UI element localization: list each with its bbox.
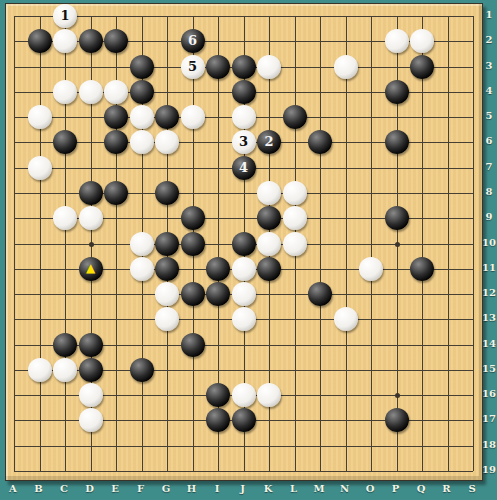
stone-J13-white[interactable] [232, 307, 256, 331]
stone-D15-black[interactable] [79, 358, 103, 382]
stone-G5-black[interactable] [155, 105, 179, 129]
stone-B2-black[interactable] [28, 29, 52, 53]
stone-C14-black[interactable] [53, 333, 77, 357]
row-label-6: 6 [481, 135, 497, 146]
stone-B7-white[interactable] [28, 156, 52, 180]
stone-K6-black[interactable]: 2 [257, 130, 281, 154]
col-label-D: D [83, 483, 97, 494]
stone-Q11-black[interactable] [410, 257, 434, 281]
stone-P9-black[interactable] [385, 206, 409, 230]
stone-K8-white[interactable] [257, 181, 281, 205]
stone-J12-white[interactable] [232, 282, 256, 306]
triangle-mark-icon: ▲ [79, 256, 103, 280]
stone-F10-white[interactable] [130, 232, 154, 256]
row-label-7: 7 [481, 161, 497, 172]
row-label-8: 8 [481, 186, 497, 197]
stone-I11-black[interactable] [206, 257, 230, 281]
stone-O11-white[interactable] [359, 257, 383, 281]
stone-B15-white[interactable] [28, 358, 52, 382]
col-label-O: O [363, 483, 377, 494]
col-label-S: S [465, 483, 479, 494]
stone-H9-black[interactable] [181, 206, 205, 230]
stone-P4-black[interactable] [385, 80, 409, 104]
row-label-19: 19 [481, 464, 497, 475]
stone-G12-white[interactable] [155, 282, 179, 306]
stone-H14-black[interactable] [181, 333, 205, 357]
col-label-K: K [261, 483, 275, 494]
stone-H12-black[interactable] [181, 282, 205, 306]
row-label-2: 2 [481, 34, 497, 45]
stone-J3-black[interactable] [232, 55, 256, 79]
move-number-label: 4 [232, 156, 256, 180]
move-number-label: 6 [181, 29, 205, 53]
stone-J17-black[interactable] [232, 408, 256, 432]
row-label-16: 16 [481, 388, 497, 399]
stone-D4-white[interactable] [79, 80, 103, 104]
col-label-M: M [312, 483, 326, 494]
row-label-12: 12 [481, 287, 497, 298]
row-label-3: 3 [481, 60, 497, 71]
star-point [89, 242, 94, 247]
stone-J6-white[interactable]: 3 [232, 130, 256, 154]
stone-D17-white[interactable] [79, 408, 103, 432]
grid-line-vertical [346, 16, 347, 471]
stone-L9-white[interactable] [283, 206, 307, 230]
stone-H3-white[interactable]: 5 [181, 55, 205, 79]
stone-J11-white[interactable] [232, 257, 256, 281]
stone-J5-white[interactable] [232, 105, 256, 129]
move-number-label: 3 [232, 130, 256, 154]
col-label-I: I [210, 483, 224, 494]
stone-L8-white[interactable] [283, 181, 307, 205]
stone-K10-white[interactable] [257, 232, 281, 256]
stone-D11-black[interactable]: ▲ [79, 257, 103, 281]
row-label-11: 11 [481, 262, 497, 273]
row-label-10: 10 [481, 237, 497, 248]
stone-C15-white[interactable] [53, 358, 77, 382]
stone-F4-black[interactable] [130, 80, 154, 104]
grid-line-vertical [320, 16, 321, 471]
col-label-F: F [134, 483, 148, 494]
row-label-13: 13 [481, 312, 497, 323]
col-label-J: J [236, 483, 250, 494]
grid-line-vertical [473, 16, 474, 471]
row-label-17: 17 [481, 413, 497, 424]
move-number-label: 2 [257, 130, 281, 154]
stone-Q3-black[interactable] [410, 55, 434, 79]
row-label-1: 1 [481, 9, 497, 20]
col-label-P: P [389, 483, 403, 494]
stone-P6-black[interactable] [385, 130, 409, 154]
go-board[interactable]: 165324▲ [5, 3, 483, 481]
stone-L5-black[interactable] [283, 105, 307, 129]
grid-line-horizontal [14, 446, 473, 447]
row-label-9: 9 [481, 211, 497, 222]
stone-F3-black[interactable] [130, 55, 154, 79]
grid-line-horizontal [14, 471, 473, 472]
stone-H10-black[interactable] [181, 232, 205, 256]
stone-D8-black[interactable] [79, 181, 103, 205]
col-label-A: A [6, 483, 20, 494]
row-label-18: 18 [481, 439, 497, 450]
grid-line-vertical [448, 16, 449, 471]
stone-G10-black[interactable] [155, 232, 179, 256]
stone-F5-white[interactable] [130, 105, 154, 129]
row-label-4: 4 [481, 85, 497, 96]
col-label-G: G [159, 483, 173, 494]
grid-line-vertical [422, 16, 423, 471]
stone-C1-white[interactable]: 1 [53, 4, 77, 28]
stone-B5-white[interactable] [28, 105, 52, 129]
stone-K11-black[interactable] [257, 257, 281, 281]
stone-G11-black[interactable] [155, 257, 179, 281]
stone-H5-white[interactable] [181, 105, 205, 129]
move-number-label: 1 [53, 4, 77, 28]
stone-C4-white[interactable] [53, 80, 77, 104]
col-label-C: C [57, 483, 71, 494]
stone-H2-black[interactable]: 6 [181, 29, 205, 53]
col-label-N: N [338, 483, 352, 494]
stone-D9-white[interactable] [79, 206, 103, 230]
stone-D14-black[interactable] [79, 333, 103, 357]
col-label-B: B [32, 483, 46, 494]
col-label-R: R [440, 483, 454, 494]
go-game-viewer: 165324▲ ABCDEFGHIJKLMNOPQRS1234567891011… [0, 0, 497, 500]
stone-J16-white[interactable] [232, 383, 256, 407]
stone-I12-black[interactable] [206, 282, 230, 306]
grid-line-vertical [371, 16, 372, 471]
move-number-label: 5 [181, 55, 205, 79]
col-label-E: E [108, 483, 122, 494]
stone-J7-black[interactable]: 4 [232, 156, 256, 180]
stone-P17-black[interactable] [385, 408, 409, 432]
stone-L10-white[interactable] [283, 232, 307, 256]
stone-G8-black[interactable] [155, 181, 179, 205]
stone-J10-black[interactable] [232, 232, 256, 256]
stone-J4-black[interactable] [232, 80, 256, 104]
stone-N13-white[interactable] [334, 307, 358, 331]
col-label-Q: Q [414, 483, 428, 494]
stone-E5-black[interactable] [104, 105, 128, 129]
stone-I3-black[interactable] [206, 55, 230, 79]
stone-F15-black[interactable] [130, 358, 154, 382]
row-label-14: 14 [481, 338, 497, 349]
stone-D16-white[interactable] [79, 383, 103, 407]
stone-F11-white[interactable] [130, 257, 154, 281]
stone-D2-black[interactable] [79, 29, 103, 53]
stone-K3-white[interactable] [257, 55, 281, 79]
stone-E8-black[interactable] [104, 181, 128, 205]
stone-F6-white[interactable] [130, 130, 154, 154]
star-point [395, 393, 400, 398]
row-label-15: 15 [481, 363, 497, 374]
stone-P2-white[interactable] [385, 29, 409, 53]
stone-I16-black[interactable] [206, 383, 230, 407]
row-label-5: 5 [481, 110, 497, 121]
col-label-H: H [185, 483, 199, 494]
star-point [395, 242, 400, 247]
stone-E4-white[interactable] [104, 80, 128, 104]
stone-N3-white[interactable] [334, 55, 358, 79]
col-label-L: L [287, 483, 301, 494]
stone-M12-black[interactable] [308, 282, 332, 306]
stone-K16-white[interactable] [257, 383, 281, 407]
